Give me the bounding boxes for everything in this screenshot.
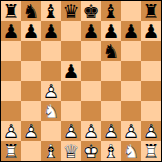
square-a4[interactable] [1,81,21,101]
piece-black-knight[interactable]: ♞ [101,41,121,61]
piece-white-outline: ♙ [61,121,81,141]
square-c7[interactable]: ♟ [41,21,61,41]
square-d7[interactable] [61,21,81,41]
piece-black-bishop[interactable]: ♝ [41,1,61,21]
chess-board-container: ♜♞♝♛♚♝♜♟♟♟♟♟♟♟♞♟♟♙♞♘♟♙♟♙♟♙♟♙♟♙♟♙♟♙♜♖♝♗♛♕… [0,0,162,162]
piece-white-rook[interactable]: ♜♖ [141,141,161,161]
square-a2[interactable]: ♟♙ [1,121,21,141]
piece-black-rook[interactable]: ♜ [1,1,21,21]
square-b6[interactable] [21,41,41,61]
square-h5[interactable] [141,61,161,81]
square-h7[interactable]: ♟ [141,21,161,41]
square-g8[interactable] [121,1,141,21]
piece-white-pawn[interactable]: ♟♙ [61,121,81,141]
piece-white-outline: ♘ [121,141,141,161]
square-e5[interactable] [81,61,101,81]
square-c1[interactable]: ♝♗ [41,141,61,161]
square-a6[interactable] [1,41,21,61]
square-a8[interactable]: ♜ [1,1,21,21]
piece-white-outline: ♙ [81,121,101,141]
piece-white-pawn[interactable]: ♟♙ [121,121,141,141]
piece-white-outline: ♙ [21,121,41,141]
square-f4[interactable] [101,81,121,101]
square-d2[interactable]: ♟♙ [61,121,81,141]
piece-white-knight[interactable]: ♞♘ [121,141,141,161]
piece-black-pawn[interactable]: ♟ [121,21,141,41]
piece-white-pawn[interactable]: ♟♙ [81,121,101,141]
piece-white-outline: ♗ [101,141,121,161]
square-c3[interactable]: ♞♘ [41,101,61,121]
piece-black-pawn[interactable]: ♟ [1,21,21,41]
piece-white-pawn[interactable]: ♟♙ [101,121,121,141]
square-b7[interactable]: ♟ [21,21,41,41]
piece-white-outline: ♙ [101,121,121,141]
square-a1[interactable]: ♜♖ [1,141,21,161]
square-e4[interactable] [81,81,101,101]
square-c8[interactable]: ♝ [41,1,61,21]
chess-board: ♜♞♝♛♚♝♜♟♟♟♟♟♟♟♞♟♟♙♞♘♟♙♟♙♟♙♟♙♟♙♟♙♟♙♜♖♝♗♛♕… [0,0,162,162]
square-c2[interactable] [41,121,61,141]
piece-white-outline: ♖ [1,141,21,161]
piece-white-bishop[interactable]: ♝♗ [101,141,121,161]
piece-white-outline: ♙ [121,121,141,141]
piece-white-outline: ♘ [41,101,61,121]
piece-white-outline: ♖ [141,141,161,161]
square-e6[interactable] [81,41,101,61]
piece-white-knight[interactable]: ♞♘ [41,101,61,121]
piece-white-pawn[interactable]: ♟♙ [141,121,161,141]
square-g4[interactable] [121,81,141,101]
square-h6[interactable] [141,41,161,61]
square-b8[interactable]: ♞ [21,1,41,21]
square-c6[interactable] [41,41,61,61]
piece-black-queen[interactable]: ♛ [61,1,81,21]
square-b1[interactable] [21,141,41,161]
square-d5[interactable]: ♟ [61,61,81,81]
square-f2[interactable]: ♟♙ [101,121,121,141]
piece-white-king[interactable]: ♚♔ [81,141,101,161]
square-b4[interactable] [21,81,41,101]
square-a3[interactable] [1,101,21,121]
square-a7[interactable]: ♟ [1,21,21,41]
piece-black-pawn[interactable]: ♟ [101,21,121,41]
square-e8[interactable]: ♚ [81,1,101,21]
square-c5[interactable] [41,61,61,81]
square-b3[interactable] [21,101,41,121]
square-h4[interactable] [141,81,161,101]
square-b5[interactable] [21,61,41,81]
square-g3[interactable] [121,101,141,121]
square-d3[interactable] [61,101,81,121]
piece-white-outline: ♔ [81,141,101,161]
square-f1[interactable]: ♝♗ [101,141,121,161]
square-f3[interactable] [101,101,121,121]
square-e7[interactable]: ♟ [81,21,101,41]
square-f8[interactable]: ♝ [101,1,121,21]
square-g1[interactable]: ♞♘ [121,141,141,161]
square-a5[interactable] [1,61,21,81]
square-c4[interactable]: ♟♙ [41,81,61,101]
piece-black-pawn[interactable]: ♟ [61,61,81,81]
piece-white-pawn[interactable]: ♟♙ [41,81,61,101]
square-e3[interactable] [81,101,101,121]
piece-black-king[interactable]: ♚ [81,1,101,21]
square-h1[interactable]: ♜♖ [141,141,161,161]
square-f5[interactable] [101,61,121,81]
square-d8[interactable]: ♛ [61,1,81,21]
piece-black-bishop[interactable]: ♝ [101,1,121,21]
piece-white-outline: ♙ [141,121,161,141]
square-h2[interactable]: ♟♙ [141,121,161,141]
square-g2[interactable]: ♟♙ [121,121,141,141]
square-h3[interactable] [141,101,161,121]
piece-black-pawn[interactable]: ♟ [41,21,61,41]
square-e2[interactable]: ♟♙ [81,121,101,141]
piece-black-pawn[interactable]: ♟ [141,21,161,41]
square-d1[interactable]: ♛♕ [61,141,81,161]
piece-white-pawn[interactable]: ♟♙ [1,121,21,141]
square-d4[interactable] [61,81,81,101]
piece-white-outline: ♗ [41,141,61,161]
square-h8[interactable]: ♜ [141,1,161,21]
square-f7[interactable]: ♟ [101,21,121,41]
piece-black-rook[interactable]: ♜ [141,1,161,21]
square-b2[interactable]: ♟♙ [21,121,41,141]
piece-black-pawn[interactable]: ♟ [81,21,101,41]
square-f6[interactable]: ♞ [101,41,121,61]
piece-white-bishop[interactable]: ♝♗ [41,141,61,161]
square-g6[interactable] [121,41,141,61]
piece-black-pawn[interactable]: ♟ [21,21,41,41]
piece-white-outline: ♙ [1,121,21,141]
piece-black-knight[interactable]: ♞ [21,1,41,21]
piece-white-outline: ♙ [41,81,61,101]
square-e1[interactable]: ♚♔ [81,141,101,161]
piece-white-rook[interactable]: ♜♖ [1,141,21,161]
square-g5[interactable] [121,61,141,81]
piece-white-outline: ♕ [61,141,81,161]
square-g7[interactable]: ♟ [121,21,141,41]
piece-white-queen[interactable]: ♛♕ [61,141,81,161]
square-d6[interactable] [61,41,81,61]
piece-white-pawn[interactable]: ♟♙ [21,121,41,141]
